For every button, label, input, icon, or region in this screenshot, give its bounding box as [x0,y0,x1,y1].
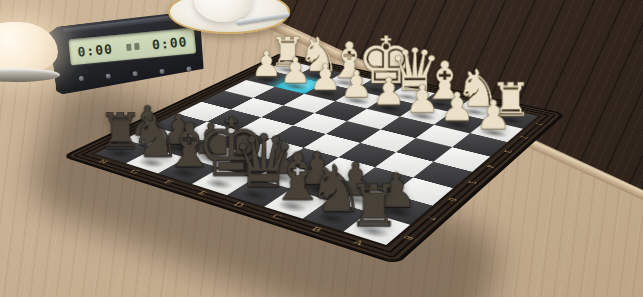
board-scene: ♜♞♝♚♛♝♞♜♟♟♟♟♟♟♟♟♟♟♟♟♟♟♟♟♜♞♝♚♛♝♞♜ HGFEDCB… [0,0,643,297]
board-grid: ♜♞♝♚♛♝♞♜♟♟♟♟♟♟♟♟♟♟♟♟♟♟♟♟♜♞♝♚♛♝♞♜ [95,61,538,245]
piece-white-pawn-d2[interactable]: ♟ [370,74,408,109]
piece-white-pawn-a2[interactable]: ♟ [473,97,513,134]
board-frame: ♜♞♝♚♛♝♞♜♟♟♟♟♟♟♟♟♟♟♟♟♟♟♟♟♜♞♝♚♛♝♞♜ HGFEDCB… [64,53,563,263]
scene: ♜♞♝♚♛♝♞♜♟♟♟♟♟♟♟♟♟♟♟♟♟♟♟♟♜♞♝♚♛♝♞♜ HGFEDCB… [0,0,643,297]
piece-white-pawn-c2[interactable]: ♟ [403,82,441,117]
piece-white-pawn-b2[interactable]: ♟ [438,89,477,125]
chess-board: ♜♞♝♚♛♝♞♜♟♟♟♟♟♟♟♟♟♟♟♟♟♟♟♟♜♞♝♚♛♝♞♜ HGFEDCB… [64,53,563,263]
piece-black-rook-a8[interactable]: ♜ [348,178,397,232]
